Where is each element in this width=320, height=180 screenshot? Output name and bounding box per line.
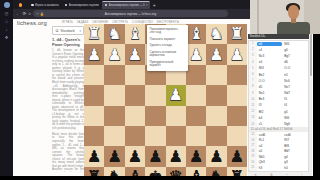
variant-select[interactable]: ♔ Standard ▾: [52, 26, 84, 35]
tab-favicon: [105, 4, 108, 7]
square-d6[interactable]: [166, 126, 186, 146]
nav-item-0[interactable]: ИГРАТЬ: [62, 21, 73, 24]
move-list: 1d4Nf62c4g63Nc3Bg74e4d65Nf3O-O6Be2e57O-O…: [248, 40, 309, 172]
square-c4[interactable]: [186, 85, 206, 105]
black-pawn: ♟: [169, 147, 183, 167]
downloads-icon[interactable]: ↓: [5, 27, 7, 32]
tab-favicon: [19, 3, 23, 7]
tab-close-icon[interactable]: ×: [146, 3, 148, 7]
square-a5[interactable]: [227, 106, 247, 126]
square-b1[interactable]: ♞: [206, 24, 226, 44]
tab-title: Играть в шахматы: [35, 3, 59, 7]
reload-icon[interactable]: ⟳: [23, 11, 27, 16]
browser-tab-1[interactable]: Играть в шахматы: [29, 2, 62, 9]
white-bishop: ♝: [128, 24, 142, 44]
move-number: 14: [249, 121, 257, 127]
square-f7[interactable]: ♟: [125, 146, 145, 166]
move-white[interactable]: c5: [257, 122, 283, 126]
context-menu-item-0[interactable]: Прокомментировать этот ход: [147, 27, 188, 37]
move-black[interactable]: d6: [282, 60, 308, 64]
tab-favicon: [65, 4, 68, 7]
move-white[interactable]: d4: [257, 42, 283, 46]
move-white[interactable]: b4: [257, 116, 283, 120]
nav-item-1[interactable]: ЗАДАЧИ: [77, 21, 88, 24]
move-black[interactable]: Bg7: [282, 54, 308, 58]
square-e4[interactable]: [145, 85, 165, 105]
move-black[interactable]: Nf6: [282, 42, 308, 46]
context-menu: Прокомментировать этот ходПовысить вариа…: [147, 25, 188, 71]
move-black[interactable]: O-O: [282, 66, 308, 70]
white-rook: ♜: [87, 24, 101, 44]
black-pawn: ♟: [209, 147, 223, 167]
square-g7[interactable]: ♟: [104, 146, 124, 166]
move-white[interactable]: d5: [257, 85, 283, 89]
square-g5[interactable]: [104, 106, 124, 126]
move-black[interactable]: h4: [282, 166, 308, 170]
square-b3[interactable]: [206, 65, 226, 85]
black-pawn: ♟: [148, 147, 162, 167]
move-white[interactable]: e4: [257, 60, 283, 64]
tab-favicon: [31, 4, 34, 7]
square-f1[interactable]: ♝: [125, 24, 145, 44]
white-bishop: ♝: [189, 24, 203, 44]
extensions-icon[interactable]: ❖: [4, 35, 8, 40]
presenter-shoulders: [277, 22, 310, 35]
square-g3[interactable]: [104, 65, 124, 85]
move-black[interactable]: Nc6: [282, 79, 308, 83]
square-b7[interactable]: ♟: [206, 146, 226, 166]
engine-name: Stockfish 14+: [248, 35, 266, 38]
webcam-background-edge: [257, 0, 259, 34]
square-f3[interactable]: [125, 65, 145, 85]
square-c1[interactable]: ♝: [186, 24, 206, 44]
move-black[interactable]: Rf7: [282, 138, 308, 142]
square-h5[interactable]: [84, 106, 104, 126]
square-b6[interactable]: [206, 126, 226, 146]
move-white[interactable]: cxd6: [257, 133, 283, 137]
square-a7[interactable]: ♟: [227, 146, 247, 166]
move-number: 21: [249, 165, 257, 171]
move-white[interactable]: h3: [257, 166, 283, 170]
lichess-logo[interactable]: lichess.org: [17, 20, 47, 26]
move-white[interactable]: Ne1: [257, 91, 283, 95]
nav-item-4[interactable]: СООБЩЕСТВО: [132, 21, 153, 24]
square-h6[interactable]: [84, 126, 104, 146]
presenter-face: [288, 5, 299, 19]
white-pawn: ♟: [209, 45, 223, 65]
move-row: 18a5Bd7: [249, 149, 308, 155]
black-pawn: ♟: [230, 147, 244, 167]
letterbox-right: [313, 34, 320, 180]
black-pawn: ♟: [107, 147, 121, 167]
lichess-topnav: ИГРАТЬЗАДАЧИОБУЧЕНИЕСМОТРЕТЬСООБЩЕСТВОИН…: [62, 21, 179, 24]
new-tab-button[interactable]: +: [151, 2, 158, 9]
square-c3[interactable]: [186, 65, 206, 85]
square-g1[interactable]: ♞: [104, 24, 124, 44]
move-black[interactable]: Nd7: [282, 91, 308, 95]
square-a3[interactable]: [227, 65, 247, 85]
lock-icon[interactable]: 🔒: [40, 12, 44, 16]
browser-tab-2[interactable]: Анализировать партию: [62, 2, 101, 9]
black-pawn: ♟: [128, 147, 142, 167]
move-black[interactable]: g5: [282, 110, 308, 114]
move-black[interactable]: g6: [282, 48, 308, 52]
square-h7[interactable]: ♟: [84, 146, 104, 166]
crown-icon: ♔: [55, 28, 59, 33]
square-f4[interactable]: [125, 85, 145, 105]
scrollbar-thumb[interactable]: [310, 34, 312, 76]
square-f5[interactable]: [125, 106, 145, 126]
home-icon[interactable]: ⌂: [28, 11, 31, 16]
square-b5[interactable]: [206, 106, 226, 126]
move-white[interactable]: Rc1: [257, 138, 283, 142]
move-black[interactable]: g3: [282, 160, 308, 164]
move-white[interactable]: a4: [257, 144, 283, 148]
move-white[interactable]: O-O: [257, 79, 283, 83]
black-pawn: ♟: [189, 147, 203, 167]
move-white[interactable]: a5: [257, 149, 283, 153]
tab-title: Анализировать партию — li: [109, 3, 145, 7]
screenshot-root: ◷☆↓❖ Играть в шахматыАнализировать парти…: [0, 0, 320, 180]
square-c7[interactable]: ♟: [186, 146, 206, 166]
chevron-down-icon: ▾: [79, 29, 81, 33]
variant-select-value: Standard: [61, 29, 78, 33]
move-row: 17a4Bf8: [249, 143, 308, 149]
context-menu-item-3[interactable]: Сделать основным вариантом: [147, 49, 188, 59]
nav-item-5[interactable]: ИНСТРУМЕНТЫ: [157, 21, 179, 24]
square-d4[interactable]: ♟: [166, 85, 186, 105]
square-f2[interactable]: ♟: [125, 44, 145, 64]
square-g2[interactable]: ♟: [104, 44, 124, 64]
white-pawn: ♟: [128, 45, 142, 65]
move-black[interactable]: Bf8: [282, 144, 308, 148]
move-row: 16Rc1Rf7: [249, 138, 308, 144]
white-pawn: ♟: [169, 85, 183, 105]
move-black[interactable]: Nf6: [282, 116, 308, 120]
square-c5[interactable]: [186, 106, 206, 126]
move-white[interactable]: Nc3: [257, 54, 283, 58]
browser-vertical-sidebar: ◷☆↓❖: [0, 0, 13, 180]
white-pawn: ♟: [189, 45, 203, 65]
white-pawn: ♟: [230, 45, 244, 65]
browser-tab-3[interactable]: Анализировать партию — li×: [102, 1, 150, 9]
square-c2[interactable]: ♟: [186, 44, 206, 64]
tab-title: Анализировать партию: [69, 3, 99, 7]
square-g6[interactable]: [104, 126, 124, 146]
nav-item-3[interactable]: СМОТРЕТЬ: [112, 21, 128, 24]
opening-article: 1. d4 - Queen's Pawn Opening 1. d4, know…: [52, 38, 84, 172]
move-white[interactable]: c4: [257, 48, 283, 52]
square-g4[interactable]: [104, 85, 124, 105]
move-black[interactable]: e5: [282, 73, 308, 77]
square-e5[interactable]: [145, 106, 165, 126]
move-row: 15cxd6cxd6: [249, 132, 308, 138]
square-a6[interactable]: [227, 126, 247, 146]
move-white[interactable]: Be2: [257, 73, 283, 77]
move-black[interactable]: Ng6: [282, 122, 308, 126]
move-white[interactable]: f3: [257, 103, 283, 107]
move-white[interactable]: Nb5: [257, 155, 283, 159]
square-d5[interactable]: [166, 106, 186, 126]
move-row: 21h3h4: [249, 165, 308, 171]
opening-paragraph-1: 1. d4, known as the Queen's Pawn Opening…: [52, 49, 84, 130]
white-knight: ♞: [107, 24, 121, 44]
square-h3[interactable]: [84, 65, 104, 85]
letterbox-bottom: [0, 176, 320, 180]
profile-avatar[interactable]: [4, 2, 10, 8]
move-black[interactable]: g4: [282, 155, 308, 159]
move-black[interactable]: f5: [282, 97, 308, 101]
opening-title: 1. d4 - Queen's Pawn Opening: [52, 38, 84, 47]
move-white[interactable]: Bf2: [257, 110, 283, 114]
square-d7[interactable]: ♟: [166, 146, 186, 166]
address-text: Анализировать партию — lichess.org: [105, 12, 156, 16]
browser-tab-0[interactable]: [14, 2, 28, 9]
white-pawn: ♟: [87, 45, 101, 65]
white-pawn: ♟: [107, 45, 121, 65]
move-row: 19Nb5g4: [249, 154, 308, 160]
bookmarks-icon[interactable]: ☆: [4, 19, 8, 24]
history-icon[interactable]: ◷: [5, 11, 9, 16]
square-b4[interactable]: [206, 85, 226, 105]
square-h4[interactable]: [84, 85, 104, 105]
shield-icon[interactable]: 🛡: [36, 12, 39, 16]
square-c6[interactable]: [186, 126, 206, 146]
move-black[interactable]: cxd6: [282, 133, 308, 137]
square-e6[interactable]: [145, 126, 165, 146]
black-pawn: ♟: [87, 147, 101, 167]
opening-paragraph-2: Black must decide how to face this plan,…: [52, 133, 84, 172]
address-bar[interactable]: 🛡 🔒 Анализировать партию — lichess.org: [33, 10, 228, 17]
square-a4[interactable]: [227, 85, 247, 105]
white-knight: ♞: [209, 24, 223, 44]
context-menu-item-4[interactable]: Принудительный вариант: [147, 59, 188, 69]
white-rook: ♜: [230, 24, 244, 44]
move-white[interactable]: Qb3: [257, 160, 283, 164]
back-icon[interactable]: ←: [16, 11, 21, 16]
square-e7[interactable]: ♟: [145, 146, 165, 166]
move-white[interactable]: Nf3: [257, 66, 283, 70]
move-black[interactable]: f4: [282, 103, 308, 107]
move-row: 20Qb3g3: [249, 160, 308, 166]
move-black[interactable]: Ne7: [282, 85, 308, 89]
nav-item-2[interactable]: ОБУЧЕНИЕ: [92, 21, 108, 24]
move-black[interactable]: Bd7: [282, 149, 308, 153]
square-b2[interactable]: ♟: [206, 44, 226, 64]
webcam-overlay: [250, 0, 320, 34]
square-a1[interactable]: ♜: [227, 24, 247, 44]
square-h1[interactable]: ♜: [84, 24, 104, 44]
square-f6[interactable]: [125, 126, 145, 146]
square-h2[interactable]: ♟: [84, 44, 104, 64]
square-a2[interactable]: ♟: [227, 44, 247, 64]
move-white[interactable]: Be3: [257, 97, 283, 101]
